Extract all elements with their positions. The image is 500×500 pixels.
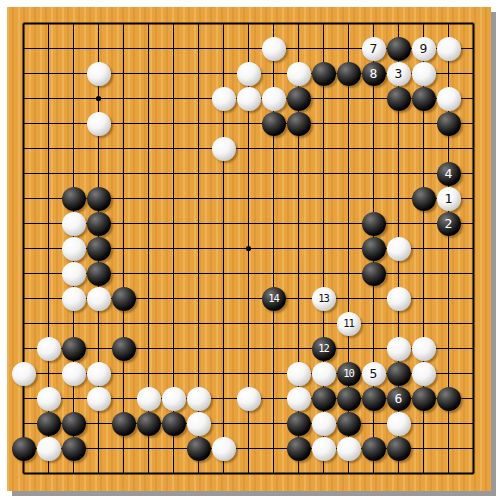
stone-white <box>37 337 61 361</box>
stone-white <box>262 87 286 111</box>
stone-move-9: 9 <box>412 37 436 61</box>
stone-white <box>387 237 411 261</box>
stone-white <box>387 412 411 436</box>
stone-black <box>287 112 311 136</box>
stone-move-6: 6 <box>387 387 411 411</box>
stone-white <box>287 62 311 86</box>
stone-move-10: 10 <box>337 362 361 386</box>
move-number-label: 14 <box>268 293 279 304</box>
stone-move-7: 7 <box>362 37 386 61</box>
stone-move-1: 1 <box>437 187 461 211</box>
stone-white <box>437 37 461 61</box>
move-number-label: 1 <box>445 192 453 205</box>
move-number-label: 9 <box>420 42 428 55</box>
stone-white <box>62 287 86 311</box>
stone-black <box>62 187 86 211</box>
stone-white <box>62 237 86 261</box>
move-number-label: 4 <box>445 167 453 180</box>
stone-white <box>237 62 261 86</box>
stone-move-2: 2 <box>437 212 461 236</box>
stone-white <box>12 362 36 386</box>
stone-white <box>87 387 111 411</box>
stone-black <box>387 362 411 386</box>
stone-black <box>412 87 436 111</box>
stone-black <box>62 437 86 461</box>
move-number-label: 7 <box>370 42 378 55</box>
stone-white <box>312 362 336 386</box>
stone-move-11: 11 <box>337 312 361 336</box>
stone-white <box>87 287 111 311</box>
stone-black <box>412 387 436 411</box>
move-number-label: 11 <box>343 318 354 329</box>
stone-white <box>87 112 111 136</box>
stone-black <box>337 62 361 86</box>
stone-white <box>287 387 311 411</box>
stone-white <box>212 137 236 161</box>
stone-move-12: 12 <box>312 337 336 361</box>
stone-black <box>37 412 61 436</box>
stone-move-5: 5 <box>362 362 386 386</box>
stone-white <box>37 437 61 461</box>
stone-white <box>312 412 336 436</box>
stone-black <box>387 87 411 111</box>
stone-white <box>262 37 286 61</box>
stone-white <box>37 387 61 411</box>
stone-white <box>237 87 261 111</box>
stone-white <box>412 362 436 386</box>
stone-black <box>12 437 36 461</box>
move-number-label: 12 <box>318 343 329 354</box>
stone-black <box>287 412 311 436</box>
stone-white <box>87 362 111 386</box>
stone-white <box>212 87 236 111</box>
star-point <box>96 96 101 101</box>
stone-white <box>412 62 436 86</box>
stone-white <box>212 437 236 461</box>
stone-white <box>187 412 211 436</box>
move-number-label: 5 <box>370 367 378 380</box>
stone-move-13: 13 <box>312 287 336 311</box>
stone-black <box>62 412 86 436</box>
stone-move-8: 8 <box>362 62 386 86</box>
stone-black <box>287 437 311 461</box>
stone-move-3: 3 <box>387 62 411 86</box>
stone-black <box>312 387 336 411</box>
stone-black <box>337 387 361 411</box>
go-diagram-page: 7983412141311121056 <box>0 0 500 500</box>
stone-white <box>387 287 411 311</box>
stone-black <box>437 387 461 411</box>
stone-white <box>62 362 86 386</box>
stone-white <box>62 212 86 236</box>
stone-white <box>237 387 261 411</box>
stone-white <box>187 387 211 411</box>
stone-black <box>412 187 436 211</box>
move-number-label: 3 <box>395 67 403 80</box>
stone-black <box>387 437 411 461</box>
stone-black <box>387 37 411 61</box>
stone-black <box>87 262 111 286</box>
stone-black <box>437 112 461 136</box>
stone-white <box>287 362 311 386</box>
stone-black <box>112 337 136 361</box>
stone-black <box>362 387 386 411</box>
move-number-label: 13 <box>318 293 329 304</box>
stone-black <box>337 412 361 436</box>
stone-black <box>362 212 386 236</box>
stone-black <box>287 87 311 111</box>
stone-white <box>137 387 161 411</box>
stone-move-14: 14 <box>262 287 286 311</box>
stone-black <box>162 412 186 436</box>
stone-black <box>87 212 111 236</box>
stone-white <box>312 437 336 461</box>
stone-white <box>337 437 361 461</box>
stone-white <box>162 387 186 411</box>
go-board: 7983412141311121056 <box>7 7 491 491</box>
stone-black <box>87 237 111 261</box>
stone-black <box>137 412 161 436</box>
stone-black <box>362 437 386 461</box>
move-number-label: 2 <box>445 217 453 230</box>
stone-move-4: 4 <box>437 162 461 186</box>
stone-black <box>87 187 111 211</box>
stone-white <box>87 62 111 86</box>
stone-white <box>387 337 411 361</box>
move-number-label: 10 <box>343 368 354 379</box>
stone-black <box>187 437 211 461</box>
move-number-label: 8 <box>370 67 378 80</box>
stone-black <box>262 112 286 136</box>
stone-black <box>312 62 336 86</box>
stone-white <box>437 87 461 111</box>
star-point <box>246 246 251 251</box>
stone-white <box>412 337 436 361</box>
move-number-label: 6 <box>395 392 403 405</box>
stone-black <box>112 412 136 436</box>
stone-black <box>362 262 386 286</box>
stone-black <box>62 337 86 361</box>
stone-black <box>112 287 136 311</box>
stone-black <box>362 237 386 261</box>
stone-white <box>62 262 86 286</box>
